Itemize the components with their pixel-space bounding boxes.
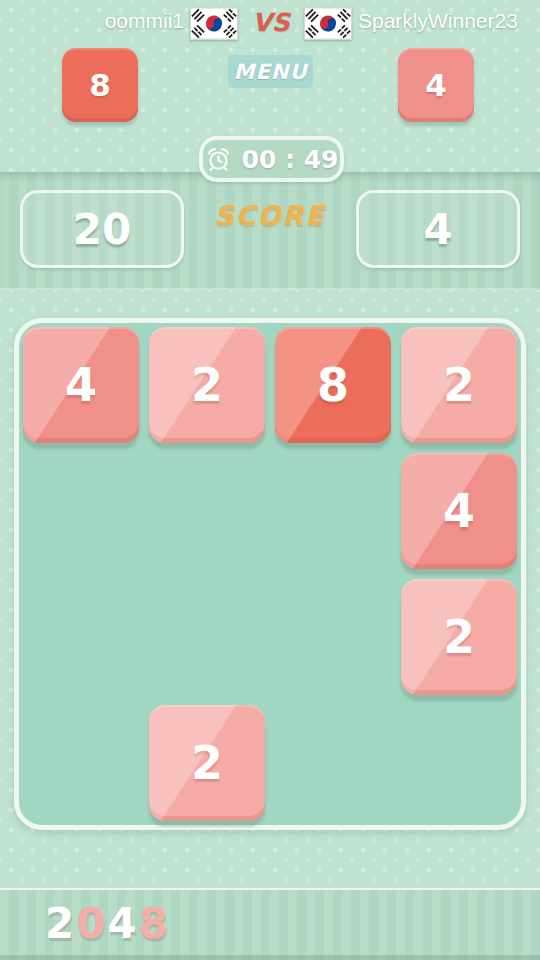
score-band: 20 SCORE 4 [0, 172, 540, 290]
empty-cell [149, 453, 265, 569]
tile-8: 8 [275, 327, 391, 443]
player-right-reserve-tile: 4 [398, 48, 474, 122]
tile-2: 2 [149, 327, 265, 443]
empty-cell [23, 579, 139, 695]
tile-2: 2 [401, 327, 517, 443]
empty-cell [275, 453, 391, 569]
timer-value: 00 : 49 [242, 145, 339, 174]
empty-cell [23, 453, 139, 569]
player-right-name: SparklyWinner23 [358, 9, 540, 33]
tile-2: 2 [401, 579, 517, 695]
south-korea-flag-icon [190, 7, 238, 40]
player-left-reserve-tile: 8 [62, 48, 138, 122]
menu-button[interactable]: MENU [228, 55, 313, 88]
logo-letter: 8 [139, 899, 170, 948]
board-grid: 4282422 [19, 323, 521, 825]
left-score-value: 20 [73, 205, 131, 254]
board[interactable]: 4282422 [14, 318, 526, 830]
empty-cell [275, 579, 391, 695]
logo-2048: 2048 [45, 899, 170, 948]
left-score-box: 20 [20, 190, 184, 268]
empty-cell [275, 705, 391, 821]
south-korea-flag-icon [304, 7, 352, 40]
right-score-box: 4 [356, 190, 520, 268]
alarm-clock-icon [205, 146, 232, 173]
tile-4: 4 [23, 327, 139, 443]
right-score-value: 4 [423, 205, 452, 254]
player-left-name: oommii1 [0, 9, 184, 33]
tile-4: 4 [401, 453, 517, 569]
logo-letter: 2 [45, 899, 76, 948]
timer-pill: 00 : 49 [199, 136, 344, 182]
logo-letter: 4 [107, 899, 138, 948]
empty-cell [401, 705, 517, 821]
game-screen: oommii1 VS Sparkly [0, 0, 540, 960]
vs-label: VS [240, 8, 302, 37]
logo-letter: 0 [76, 899, 107, 948]
empty-cell [149, 579, 265, 695]
tile-2: 2 [149, 705, 265, 821]
score-label: SCORE [200, 200, 340, 231]
empty-cell [23, 705, 139, 821]
